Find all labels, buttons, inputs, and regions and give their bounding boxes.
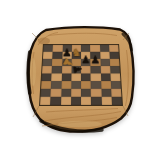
square-d7[interactable]: ♞ <box>71 52 81 59</box>
square-h7[interactable] <box>109 52 119 59</box>
square-h1[interactable] <box>111 97 122 105</box>
square-g1[interactable] <box>101 97 111 105</box>
board-perspective-wrap: ♟♞♟♟♟♟ <box>39 40 123 106</box>
square-c1[interactable] <box>61 97 71 105</box>
square-a1[interactable] <box>40 97 51 105</box>
square-f4[interactable] <box>91 73 101 81</box>
square-c3[interactable] <box>61 81 71 89</box>
square-d5[interactable]: ♟ <box>71 66 81 73</box>
square-g6[interactable] <box>100 59 110 66</box>
square-d3[interactable] <box>71 81 81 89</box>
square-b5[interactable] <box>52 66 62 73</box>
light-knight-standing[interactable]: ♞ <box>71 48 81 59</box>
square-b7[interactable] <box>52 52 62 59</box>
photo-background: ♟♞♟♟♟♟ <box>0 0 160 160</box>
square-d2[interactable] <box>71 89 81 97</box>
square-b4[interactable] <box>51 73 61 81</box>
square-c4[interactable] <box>61 73 71 81</box>
square-h6[interactable] <box>110 59 120 66</box>
square-b2[interactable] <box>51 89 61 97</box>
square-f1[interactable] <box>91 97 101 105</box>
square-e2[interactable] <box>81 89 91 97</box>
square-a7[interactable] <box>43 52 53 59</box>
square-h8[interactable] <box>109 45 119 52</box>
square-g8[interactable] <box>100 45 110 52</box>
square-f8[interactable] <box>90 45 100 52</box>
square-g2[interactable] <box>101 89 111 97</box>
square-b8[interactable] <box>53 45 63 52</box>
square-a3[interactable] <box>41 81 51 89</box>
square-b1[interactable] <box>50 97 60 105</box>
square-a6[interactable] <box>42 59 52 66</box>
square-e4[interactable] <box>81 73 91 81</box>
square-e3[interactable] <box>81 81 91 89</box>
square-b3[interactable] <box>51 81 61 89</box>
square-a4[interactable] <box>42 73 52 81</box>
chessboard-grid: ♟♞♟♟♟♟ <box>39 44 123 106</box>
square-g7[interactable] <box>100 52 110 59</box>
square-g5[interactable] <box>100 66 110 73</box>
square-e8[interactable] <box>81 45 90 52</box>
square-c2[interactable] <box>61 89 71 97</box>
square-a8[interactable] <box>43 45 53 52</box>
square-g3[interactable] <box>101 81 111 89</box>
square-a2[interactable] <box>41 89 51 97</box>
square-a5[interactable] <box>42 66 52 73</box>
square-e1[interactable] <box>81 97 91 105</box>
square-h5[interactable] <box>110 66 120 73</box>
square-h2[interactable] <box>111 89 121 97</box>
square-f5[interactable] <box>91 66 101 73</box>
dark-pawn-standing[interactable]: ♟ <box>90 55 100 66</box>
square-f2[interactable] <box>91 89 101 97</box>
square-g4[interactable] <box>100 73 110 81</box>
square-f6[interactable]: ♟ <box>91 59 101 66</box>
square-h4[interactable] <box>110 73 120 81</box>
square-d1[interactable] <box>71 97 81 105</box>
square-f3[interactable] <box>91 81 101 89</box>
dark-pawn-fallen[interactable]: ♟ <box>71 64 84 76</box>
square-h3[interactable] <box>111 81 121 89</box>
